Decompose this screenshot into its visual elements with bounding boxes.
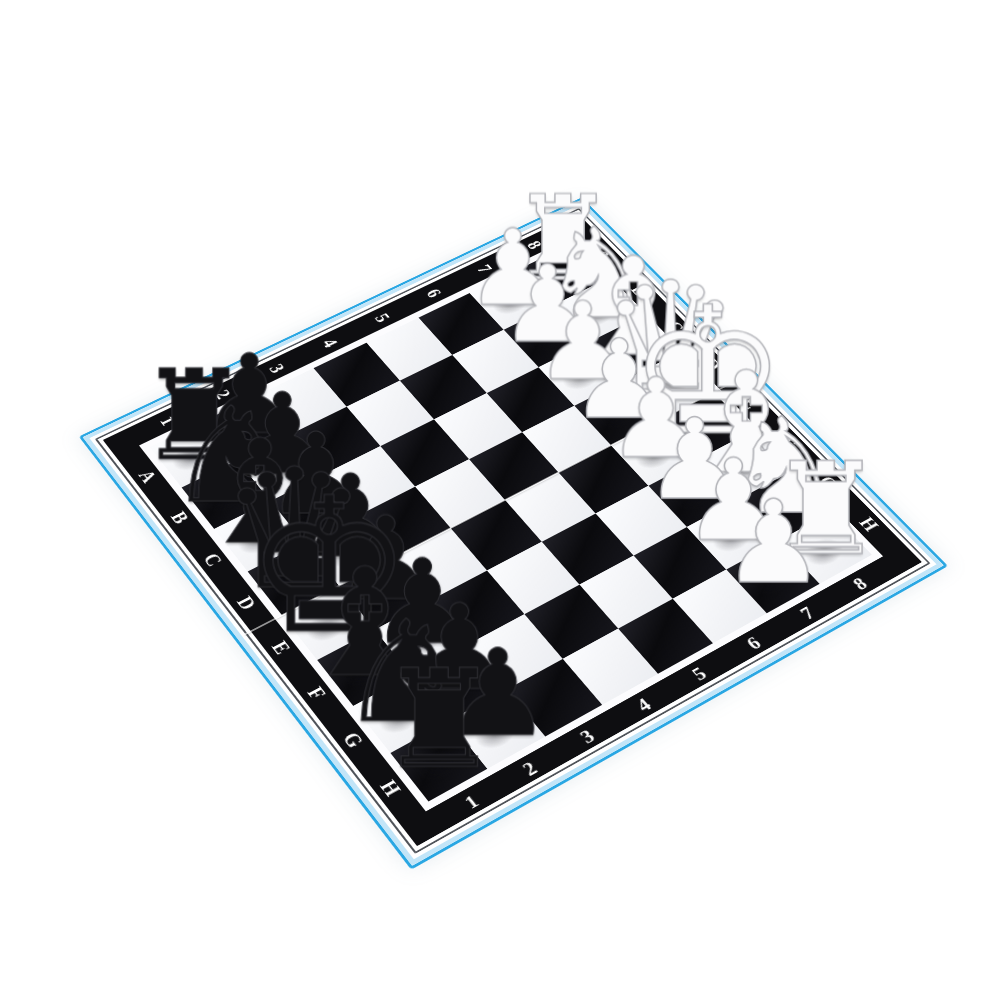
square-H7[interactable]: ♟ [726, 541, 819, 613]
rank-number-label-bottom-1: 1 [460, 791, 481, 811]
rank-number-label-bottom-6: 6 [743, 634, 764, 652]
white-pawn[interactable]: ♟ [620, 485, 927, 600]
rank-number-label-bottom-8: 8 [849, 574, 870, 592]
squares-grid: ♜♟♟♜♞♟♟♞♝♟♟♝♛♟♟♛♚♟♟♚♝♟♟♝♞♟♟♞♜♟♟♜ [150, 245, 872, 802]
rank-number-label-top-5: 5 [371, 311, 392, 324]
board-frame: ♜♟♟♜♞♟♟♞♝♟♟♝♛♟♟♛♚♟♟♚♝♟♟♝♞♟♟♞♜♟♟♜ 1234567… [79, 197, 948, 869]
rank-number-label-bottom-5: 5 [688, 664, 709, 683]
rank-number-label-bottom-2: 2 [519, 758, 540, 778]
file-letter-label-left-H: H [376, 777, 403, 799]
photo-stage: ♜♟♟♜♞♟♟♞♝♟♟♝♛♟♟♛♚♟♟♚♝♟♟♝♞♟♟♞♜♟♟♜ 1234567… [0, 0, 1000, 1000]
rank-number-label-bottom-7: 7 [797, 604, 818, 622]
square-H1[interactable]: ♜ [390, 721, 487, 801]
black-rook[interactable]: ♜ [277, 652, 600, 788]
